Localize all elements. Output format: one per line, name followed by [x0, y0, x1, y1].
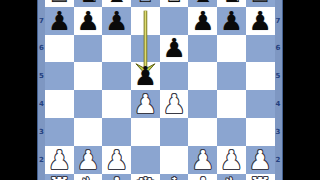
square-a2[interactable]: ♟: [45, 146, 74, 174]
piece-white-pawn-f2[interactable]: ♟: [191, 147, 214, 173]
square-e8[interactable]: ♚: [160, 0, 189, 7]
square-b6[interactable]: [74, 35, 103, 63]
square-a1[interactable]: ♜: [45, 174, 74, 180]
piece-black-pawn-g7[interactable]: ♟: [220, 8, 243, 34]
square-f4[interactable]: [188, 90, 217, 118]
square-d2[interactable]: [131, 146, 160, 174]
rank-label-6: 6: [275, 35, 282, 63]
rank-label-3: 3: [275, 118, 282, 146]
square-g2[interactable]: ♟: [217, 146, 246, 174]
piece-white-bishop-c1[interactable]: ♝: [105, 174, 128, 180]
square-e6[interactable]: ♟: [160, 35, 189, 63]
square-d7[interactable]: [131, 7, 160, 35]
square-d8[interactable]: ♛: [131, 0, 160, 7]
square-b7[interactable]: ♟: [74, 7, 103, 35]
square-h1[interactable]: ♜: [246, 174, 275, 180]
square-b1[interactable]: ♞: [74, 174, 103, 180]
square-e5[interactable]: [160, 62, 189, 90]
piece-black-bishop-c8[interactable]: ♝: [105, 0, 128, 6]
square-a5[interactable]: [45, 62, 74, 90]
piece-black-pawn-b7[interactable]: ♟: [76, 8, 99, 34]
piece-black-rook-h8[interactable]: ♜: [249, 0, 272, 6]
square-f1[interactable]: ♝: [188, 174, 217, 180]
chess-board: ♜♞♝♛♚♝♞♜♟♟♟♟♟♟♟♟♟♟♟♟♟♟♟♟♜♞♝♛♚♝♞♜: [45, 0, 275, 180]
piece-white-queen-d1[interactable]: ♛: [134, 174, 157, 180]
square-e1[interactable]: ♚: [160, 174, 189, 180]
rank-label-4: 4: [38, 90, 45, 118]
square-g5[interactable]: [217, 62, 246, 90]
rank-label-2: 2: [38, 146, 45, 174]
square-c5[interactable]: [102, 62, 131, 90]
piece-black-bishop-f8[interactable]: ♝: [191, 0, 214, 6]
chess-board-wrap: 87654321 ♜♞♝♛♚♝♞♜♟♟♟♟♟♟♟♟♟♟♟♟♟♟♟♟♜♞♝♛♚♝♞…: [37, 0, 283, 180]
piece-white-pawn-g2[interactable]: ♟: [220, 147, 243, 173]
piece-black-pawn-c7[interactable]: ♟: [105, 8, 128, 34]
rank-label-7: 7: [38, 7, 45, 35]
piece-black-knight-g8[interactable]: ♞: [220, 0, 243, 6]
square-e7[interactable]: [160, 7, 189, 35]
square-h5[interactable]: [246, 62, 275, 90]
video-frame: 87654321 ♜♞♝♛♚♝♞♜♟♟♟♟♟♟♟♟♟♟♟♟♟♟♟♟♜♞♝♛♚♝♞…: [0, 0, 320, 180]
rank-label-8: 8: [38, 0, 45, 7]
square-d5[interactable]: ♟: [131, 62, 160, 90]
square-g7[interactable]: ♟: [217, 7, 246, 35]
piece-white-pawn-e4[interactable]: ♟: [162, 91, 185, 117]
square-f6[interactable]: [188, 35, 217, 63]
piece-white-pawn-d4[interactable]: ♟: [134, 91, 157, 117]
rank-label-6: 6: [38, 35, 45, 63]
rank-label-3: 3: [38, 118, 45, 146]
square-h2[interactable]: ♟: [246, 146, 275, 174]
square-b4[interactable]: [74, 90, 103, 118]
square-a7[interactable]: ♟: [45, 7, 74, 35]
square-b5[interactable]: [74, 62, 103, 90]
square-c7[interactable]: ♟: [102, 7, 131, 35]
rank-label-5: 5: [38, 62, 45, 90]
piece-white-pawn-c2[interactable]: ♟: [105, 147, 128, 173]
rank-labels-right: 87654321: [275, 0, 283, 180]
piece-black-pawn-e6[interactable]: ♟: [162, 35, 185, 61]
square-d1[interactable]: ♛: [131, 174, 160, 180]
square-a4[interactable]: [45, 90, 74, 118]
piece-white-rook-h1[interactable]: ♜: [249, 174, 272, 180]
square-f3[interactable]: [188, 118, 217, 146]
square-e3[interactable]: [160, 118, 189, 146]
square-h6[interactable]: [246, 35, 275, 63]
square-d4[interactable]: ♟: [131, 90, 160, 118]
rank-label-4: 4: [275, 90, 282, 118]
square-h4[interactable]: [246, 90, 275, 118]
square-f7[interactable]: ♟: [188, 7, 217, 35]
square-e2[interactable]: [160, 146, 189, 174]
square-d3[interactable]: [131, 118, 160, 146]
square-f5[interactable]: [188, 62, 217, 90]
square-e4[interactable]: ♟: [160, 90, 189, 118]
piece-white-king-e1[interactable]: ♚: [162, 174, 185, 180]
piece-black-pawn-a7[interactable]: ♟: [48, 8, 71, 34]
piece-white-rook-a1[interactable]: ♜: [48, 174, 71, 180]
rank-label-1: 1: [38, 174, 45, 180]
square-g6[interactable]: [217, 35, 246, 63]
square-a6[interactable]: [45, 35, 74, 63]
piece-white-knight-g1[interactable]: ♞: [220, 174, 243, 180]
square-b2[interactable]: ♟: [74, 146, 103, 174]
piece-white-pawn-a2[interactable]: ♟: [48, 147, 71, 173]
square-f2[interactable]: ♟: [188, 146, 217, 174]
piece-black-pawn-h7[interactable]: ♟: [249, 8, 272, 34]
square-c2[interactable]: ♟: [102, 146, 131, 174]
square-d6[interactable]: [131, 35, 160, 63]
square-g3[interactable]: [217, 118, 246, 146]
piece-black-pawn-f7[interactable]: ♟: [191, 8, 214, 34]
square-c1[interactable]: ♝: [102, 174, 131, 180]
piece-black-queen-d8[interactable]: ♛: [134, 0, 157, 6]
rank-label-5: 5: [275, 62, 282, 90]
square-c4[interactable]: [102, 90, 131, 118]
rank-label-2: 2: [275, 146, 282, 174]
square-h7[interactable]: ♟: [246, 7, 275, 35]
square-b3[interactable]: [74, 118, 103, 146]
piece-black-knight-b8[interactable]: ♞: [76, 0, 99, 6]
piece-black-rook-a8[interactable]: ♜: [48, 0, 71, 6]
square-a3[interactable]: [45, 118, 74, 146]
piece-black-king-e8[interactable]: ♚: [162, 0, 185, 6]
piece-white-pawn-h2[interactable]: ♟: [249, 147, 272, 173]
rank-label-8: 8: [275, 0, 282, 7]
square-g1[interactable]: ♞: [217, 174, 246, 180]
square-g4[interactable]: [217, 90, 246, 118]
piece-white-knight-b1[interactable]: ♞: [76, 174, 99, 180]
piece-white-bishop-f1[interactable]: ♝: [191, 174, 214, 180]
rank-labels-left: 87654321: [37, 0, 45, 180]
piece-black-pawn-d5[interactable]: ♟: [134, 63, 157, 89]
square-h3[interactable]: [246, 118, 275, 146]
rank-label-7: 7: [275, 7, 282, 35]
square-c6[interactable]: [102, 35, 131, 63]
piece-white-pawn-b2[interactable]: ♟: [76, 147, 99, 173]
rank-label-1: 1: [275, 174, 282, 180]
square-c3[interactable]: [102, 118, 131, 146]
